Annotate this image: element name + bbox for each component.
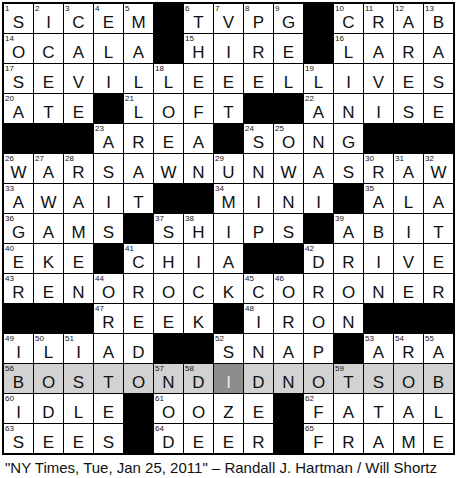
grid-cell[interactable]: I (184, 244, 213, 273)
grid-cell[interactable]: 23A (94, 124, 123, 153)
clue-number: 18 (155, 64, 164, 73)
grid-cell[interactable]: E (244, 64, 273, 93)
black-square (34, 124, 63, 153)
grid-cell[interactable]: 56B (4, 364, 33, 393)
grid-cell[interactable]: F (184, 94, 213, 123)
grid-cell[interactable]: A (334, 394, 363, 423)
grid-cell[interactable]: Z (214, 394, 243, 423)
grid-cell[interactable]: O (154, 274, 183, 303)
black-square (424, 304, 453, 333)
cell-letter: V (223, 14, 234, 33)
grid-cell[interactable]: S (394, 94, 423, 123)
cell-letter: I (256, 194, 261, 213)
cell-letter: T (373, 404, 383, 423)
cell-letter: R (372, 14, 384, 33)
grid-cell[interactable]: 53A (364, 334, 393, 363)
grid-cell[interactable]: 61O (154, 394, 183, 423)
grid-cell[interactable]: O (34, 364, 63, 393)
grid-cell[interactable]: 50L (34, 334, 63, 363)
cell-letter: H (192, 224, 204, 243)
grid-cell[interactable]: 63S (4, 424, 33, 453)
cell-letter: A (343, 224, 354, 243)
grid-cell[interactable]: 57N (154, 364, 183, 393)
grid-cell[interactable]: I (244, 184, 273, 213)
grid-cell[interactable]: 19L (304, 64, 333, 93)
grid-cell[interactable]: R (124, 274, 153, 303)
grid-cell[interactable]: A (124, 154, 153, 183)
grid-cell[interactable]: 24S (244, 124, 273, 153)
grid-cell[interactable]: O (124, 364, 153, 393)
grid-cell[interactable]: 10C (334, 4, 363, 33)
grid-cell[interactable]: E (34, 274, 63, 303)
grid-cell[interactable]: 43R (4, 274, 33, 303)
grid-cell[interactable]: 29U (214, 154, 243, 183)
grid-cell[interactable]: A (424, 34, 453, 63)
grid-cell[interactable]: D (34, 394, 63, 423)
grid-cell[interactable]: A (94, 334, 123, 363)
grid-cell[interactable]: K (214, 274, 243, 303)
grid-cell[interactable]: 62F (304, 394, 333, 423)
grid-cell[interactable]: A (64, 184, 93, 213)
grid-cell[interactable]: E (214, 64, 243, 93)
grid-cell[interactable]: 11R (364, 4, 393, 33)
grid-cell[interactable]: R (304, 274, 333, 303)
grid-cell[interactable]: T (214, 94, 243, 123)
cell-letter: A (73, 44, 84, 63)
grid-cell[interactable]: 41C (124, 244, 153, 273)
grid-cell[interactable]: I (94, 64, 123, 93)
cell-letter: S (223, 344, 234, 363)
cell-letter: L (164, 74, 173, 93)
cell-letter: Z (223, 404, 233, 423)
cell-letter: E (193, 74, 204, 93)
cell-letter: V (373, 74, 384, 93)
clue-number: 52 (215, 334, 224, 343)
grid-cell[interactable]: N (364, 274, 393, 303)
cell-letter: S (73, 374, 84, 393)
grid-cell[interactable]: E (424, 94, 453, 123)
cell-letter: M (131, 14, 145, 33)
grid-cell[interactable]: S (94, 424, 123, 453)
grid-cell[interactable]: E (184, 424, 213, 453)
grid-cell[interactable]: 60I (4, 394, 33, 423)
grid-cell[interactable]: I (214, 364, 243, 393)
black-square (154, 4, 183, 33)
grid-cell[interactable]: A (304, 154, 333, 183)
grid-cell[interactable]: A (34, 214, 63, 243)
grid-cell[interactable]: 4E (94, 4, 123, 33)
black-square (154, 184, 183, 213)
cell-letter: B (433, 374, 444, 393)
cell-letter: S (103, 224, 114, 243)
cell-letter: E (73, 254, 84, 273)
clue-number: 47 (95, 304, 104, 313)
grid-cell[interactable]: E (184, 64, 213, 93)
grid-cell[interactable]: A (214, 244, 243, 273)
grid-cell[interactable]: N (334, 304, 363, 333)
cell-letter: E (43, 434, 54, 453)
grid-cell[interactable]: A (184, 124, 213, 153)
grid-cell[interactable]: B (364, 214, 393, 243)
grid-cell[interactable]: T (34, 94, 63, 123)
clue-number: 12 (395, 4, 404, 13)
clue-number: 27 (35, 154, 44, 163)
grid-cell[interactable]: 17S (4, 64, 33, 93)
grid-cell[interactable]: K (184, 304, 213, 333)
black-square (64, 124, 93, 153)
cell-letter: N (282, 374, 294, 393)
grid-cell[interactable]: E (34, 424, 63, 453)
clue-number: 57 (155, 364, 164, 373)
clue-number: 4 (95, 4, 99, 13)
clue-number: 3 (65, 4, 69, 13)
grid-cell[interactable]: W (34, 184, 63, 213)
grid-cell[interactable]: G (334, 124, 363, 153)
grid-cell[interactable]: 58D (184, 364, 213, 393)
grid-cell[interactable]: O (394, 364, 423, 393)
grid-cell[interactable]: A (64, 34, 93, 63)
grid-cell[interactable]: P (304, 334, 333, 363)
cell-letter: S (163, 224, 174, 243)
cell-letter: R (72, 164, 84, 183)
grid-cell[interactable]: O (154, 94, 183, 123)
grid-cell[interactable]: 49I (4, 334, 33, 363)
grid-cell[interactable]: C (34, 34, 63, 63)
grid-cell[interactable]: E (424, 244, 453, 273)
cell-letter: A (313, 104, 324, 123)
grid-cell[interactable]: I (214, 34, 243, 63)
cell-letter: A (13, 104, 24, 123)
grid-cell[interactable]: 48I (244, 304, 273, 333)
clue-number: 46 (275, 274, 284, 283)
cell-letter: R (432, 284, 444, 303)
grid-cell[interactable]: L (64, 394, 93, 423)
grid-cell[interactable]: O (304, 364, 333, 393)
grid-cell[interactable]: R (334, 244, 363, 273)
grid-cell[interactable]: 51I (64, 334, 93, 363)
black-square (94, 94, 123, 123)
grid-cell[interactable]: E (124, 304, 153, 333)
black-square (94, 244, 123, 273)
grid-cell[interactable]: 7V (214, 4, 243, 33)
black-square (274, 424, 303, 453)
cell-letter: E (283, 44, 294, 63)
grid-cell[interactable]: E (34, 64, 63, 93)
grid-cell[interactable]: N (304, 124, 333, 153)
grid-cell[interactable]: A (364, 34, 393, 63)
grid-cell[interactable]: E (154, 124, 183, 153)
grid-cell[interactable]: A (364, 424, 393, 453)
clue-number: 8 (245, 4, 249, 13)
grid-cell[interactable]: R (274, 304, 303, 333)
cell-letter: I (106, 194, 111, 213)
grid-cell[interactable]: P (244, 214, 273, 243)
grid-cell[interactable]: O (304, 304, 333, 333)
cell-letter: A (343, 404, 354, 423)
grid-cell[interactable]: 26W (4, 154, 33, 183)
clue-number: 28 (65, 154, 74, 163)
cell-letter: O (12, 44, 25, 63)
grid-cell[interactable]: L (274, 64, 303, 93)
cell-letter: C (42, 44, 54, 63)
grid-cell[interactable]: E (64, 244, 93, 273)
cell-letter: I (226, 224, 231, 243)
cell-letter: I (316, 194, 321, 213)
grid-cell[interactable]: 33A (4, 184, 33, 213)
grid-cell[interactable]: 8P (244, 4, 273, 33)
grid-cell[interactable]: L (94, 34, 123, 63)
grid-cell[interactable]: 36G (4, 214, 33, 243)
grid-cell[interactable]: 13B (424, 4, 453, 33)
grid-cell[interactable]: E (154, 304, 183, 333)
black-square (334, 334, 363, 363)
grid-cell[interactable]: I (364, 244, 393, 273)
grid-cell[interactable]: W (154, 154, 183, 183)
black-square (4, 124, 33, 153)
grid-cell[interactable]: 27A (34, 154, 63, 183)
clue-number: 63 (5, 424, 14, 433)
cell-letter: I (76, 344, 81, 363)
cell-letter: A (313, 164, 324, 183)
grid-cell[interactable]: L (124, 64, 153, 93)
clue-number: 51 (65, 334, 74, 343)
clue-number: 40 (5, 244, 14, 253)
cell-letter: I (16, 344, 21, 363)
grid-cell[interactable]: T (124, 184, 153, 213)
cell-letter: C (72, 14, 84, 33)
cell-letter: S (13, 14, 24, 33)
cell-letter: O (162, 104, 175, 123)
black-square (304, 214, 333, 243)
grid-cell[interactable]: 44O (94, 274, 123, 303)
cell-letter: N (342, 104, 354, 123)
grid-cell[interactable]: S (364, 364, 393, 393)
grid-cell[interactable]: R (394, 34, 423, 63)
grid-cell[interactable]: 2I (34, 4, 63, 33)
grid-cell[interactable]: V (394, 244, 423, 273)
cell-letter: G (12, 224, 25, 243)
grid-cell[interactable]: 59T (334, 364, 363, 393)
grid-cell[interactable]: 25O (274, 124, 303, 153)
cell-letter: D (132, 344, 144, 363)
grid-cell[interactable]: N (274, 184, 303, 213)
grid-cell[interactable]: I (334, 64, 363, 93)
cell-letter: S (103, 164, 114, 183)
grid-cell[interactable]: D (244, 364, 273, 393)
grid-cell[interactable]: 46O (274, 274, 303, 303)
grid-cell[interactable]: N (244, 334, 273, 363)
cell-letter: N (342, 314, 354, 333)
cell-letter: T (223, 104, 233, 123)
cell-letter: O (282, 134, 295, 153)
grid-cell[interactable]: 16L (334, 34, 363, 63)
grid-cell[interactable]: 55A (424, 334, 453, 363)
grid-cell[interactable]: E (64, 94, 93, 123)
grid-cell[interactable]: 28R (64, 154, 93, 183)
cell-letter: E (433, 254, 444, 273)
grid-cell[interactable]: E (274, 34, 303, 63)
grid-cell[interactable]: E (394, 274, 423, 303)
grid-cell[interactable]: 22A (304, 94, 333, 123)
cell-letter: R (132, 284, 144, 303)
grid-cell[interactable]: S (94, 214, 123, 243)
cell-letter: I (196, 254, 201, 273)
grid-cell[interactable]: I (214, 214, 243, 243)
grid-cell[interactable]: 5M (124, 4, 153, 33)
cell-letter: T (343, 374, 353, 393)
grid-cell[interactable]: O (184, 394, 213, 423)
grid-cell[interactable]: 31A (394, 154, 423, 183)
clue-number: 31 (395, 154, 404, 163)
grid-cell[interactable]: R (244, 34, 273, 63)
grid-cell[interactable]: A (394, 394, 423, 423)
cell-letter: K (193, 314, 204, 333)
grid-cell[interactable]: I (394, 214, 423, 243)
grid-cell[interactable]: O (334, 274, 363, 303)
clue-number: 62 (305, 394, 314, 403)
grid-cell[interactable]: E (244, 394, 273, 423)
cell-letter: S (403, 104, 414, 123)
grid-cell[interactable]: 38H (184, 214, 213, 243)
grid-cell[interactable]: 3C (64, 4, 93, 33)
grid-cell[interactable]: 45C (244, 274, 273, 303)
grid-cell[interactable]: L (424, 394, 453, 423)
grid-cell[interactable]: C (184, 274, 213, 303)
cell-letter: C (252, 284, 264, 303)
grid-cell[interactable]: 65F (304, 424, 333, 453)
grid-cell[interactable]: N (334, 94, 363, 123)
cell-letter: E (253, 74, 264, 93)
grid-cell[interactable]: R (334, 424, 363, 453)
black-square (34, 304, 63, 333)
grid-cell[interactable]: R (124, 124, 153, 153)
cell-letter: L (284, 74, 293, 93)
grid-cell[interactable]: 39A (334, 214, 363, 243)
cell-letter: B (373, 224, 384, 243)
cell-letter: O (312, 314, 325, 333)
cell-letter: E (433, 434, 444, 453)
grid-cell[interactable]: 34M (214, 184, 243, 213)
cell-letter: A (283, 344, 294, 363)
clue-number: 41 (125, 244, 134, 253)
grid-cell[interactable]: M (394, 424, 423, 453)
grid-cell[interactable]: N (64, 274, 93, 303)
grid-cell[interactable]: 52S (214, 334, 243, 363)
grid-cell[interactable]: 30R (364, 154, 393, 183)
grid-cell[interactable]: T (94, 364, 123, 393)
clue-number: 29 (215, 154, 224, 163)
cell-letter: E (193, 434, 204, 453)
grid-cell[interactable]: V (64, 64, 93, 93)
grid-cell[interactable]: 9G (274, 4, 303, 33)
grid-cell[interactable]: V (364, 64, 393, 93)
grid-cell[interactable]: T (424, 214, 453, 243)
black-square (244, 94, 273, 123)
grid-cell[interactable]: S (94, 154, 123, 183)
grid-cell[interactable]: I (94, 184, 123, 213)
grid-cell[interactable]: 40E (4, 244, 33, 273)
clue-number: 19 (305, 64, 314, 73)
grid-cell[interactable]: I (304, 184, 333, 213)
grid-cell[interactable]: 1S (4, 4, 33, 33)
grid-cell[interactable]: M (64, 214, 93, 243)
grid-cell[interactable]: H (154, 244, 183, 273)
cell-letter: V (73, 74, 84, 93)
grid-cell[interactable]: E (64, 424, 93, 453)
grid-cell[interactable]: N (274, 364, 303, 393)
cell-letter: S (103, 434, 114, 453)
grid-cell[interactable]: I (364, 94, 393, 123)
grid-cell[interactable]: E (214, 424, 243, 453)
cell-letter: A (433, 44, 444, 63)
grid-cell[interactable]: D (124, 334, 153, 363)
cell-letter: T (103, 374, 113, 393)
grid-cell[interactable]: 14O (4, 34, 33, 63)
grid-cell[interactable]: S (64, 364, 93, 393)
cell-letter: N (312, 134, 324, 153)
grid-cell[interactable]: N (184, 154, 213, 183)
clue-number: 45 (245, 274, 254, 283)
grid-cell[interactable]: 42D (304, 244, 333, 273)
grid-cell[interactable]: R (244, 424, 273, 453)
grid-cell[interactable]: S (424, 64, 453, 93)
clue-number: 34 (215, 184, 224, 193)
clue-number: 2 (35, 4, 39, 13)
grid-cell[interactable]: 35A (364, 184, 393, 213)
grid-cell[interactable]: S (334, 154, 363, 183)
grid-cell[interactable]: A (274, 334, 303, 363)
grid-cell[interactable]: 47R (94, 304, 123, 333)
grid-cell[interactable]: 15H (184, 34, 213, 63)
black-square (274, 94, 303, 123)
grid-cell[interactable]: 64D (154, 424, 183, 453)
grid-cell[interactable]: 20A (4, 94, 33, 123)
grid-cell[interactable]: 12A (394, 4, 423, 33)
grid-cell[interactable]: A (424, 184, 453, 213)
cell-letter: M (221, 194, 235, 213)
grid-cell[interactable]: E (94, 394, 123, 423)
cell-letter: I (376, 254, 381, 273)
grid-cell[interactable]: 21L (124, 94, 153, 123)
grid-cell[interactable]: W (274, 154, 303, 183)
cell-letter: T (43, 104, 53, 123)
grid-cell[interactable]: K (34, 244, 63, 273)
grid-cell[interactable]: R (424, 274, 453, 303)
cell-letter: E (403, 284, 414, 303)
grid-cell[interactable]: B (424, 364, 453, 393)
grid-cell[interactable]: E (424, 424, 453, 453)
grid-cell[interactable]: 6T (184, 4, 213, 33)
grid-cell[interactable]: 18L (154, 64, 183, 93)
grid-cell[interactable]: 32W (424, 154, 453, 183)
grid-cell[interactable]: N (244, 154, 273, 183)
cell-letter: L (134, 104, 143, 123)
grid-cell[interactable]: A (124, 34, 153, 63)
clue-number: 48 (245, 304, 254, 313)
grid-cell[interactable]: L (394, 184, 423, 213)
clue-number: 50 (35, 334, 44, 343)
grid-cell[interactable]: T (364, 394, 393, 423)
clue-number: 39 (335, 214, 344, 223)
cell-letter: R (342, 434, 354, 453)
black-square (394, 304, 423, 333)
grid-cell[interactable]: E (394, 64, 423, 93)
grid-cell[interactable]: S (274, 214, 303, 243)
cell-letter: A (373, 434, 384, 453)
grid-cell[interactable]: 54R (394, 334, 423, 363)
grid-cell[interactable]: 37S (154, 214, 183, 243)
cell-letter: V (403, 254, 414, 273)
